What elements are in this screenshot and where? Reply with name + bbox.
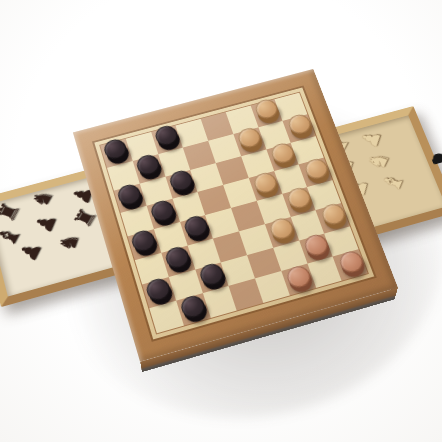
right-drawer-chess-piece-icon-5: ♞ xyxy=(364,148,394,173)
dark-checker-r2c2 xyxy=(168,172,195,196)
dark-checker-r0c0 xyxy=(103,141,129,165)
dark-checker-r0c2 xyxy=(154,128,181,152)
dark-checker-r6c2 xyxy=(198,265,226,291)
right-drawer-chess-piece-icon-8: ♝ xyxy=(379,170,408,195)
left-drawer-chess-piece-icon-1: ♞ xyxy=(28,186,57,211)
product-photo-stage: ♜♞♟♝♟♜♟♞ ♟♝♟♜♟♞♟♟♝ xyxy=(0,0,442,442)
left-drawer-chess-piece-icon-0: ♜ xyxy=(0,199,24,225)
left-drawer-chess-piece-icon-7: ♞ xyxy=(55,231,83,255)
dark-checker-r1c1 xyxy=(135,157,162,181)
left-drawer-chess-piece-icon-4: ♟ xyxy=(31,211,61,236)
dark-checker-r6c0 xyxy=(145,279,173,305)
dark-checker-r7c1 xyxy=(179,296,207,322)
square-r1c4 xyxy=(208,134,241,163)
dark-checker-r2c0 xyxy=(117,186,144,211)
left-drawer-chess-piece-icon-6: ♟ xyxy=(15,239,46,265)
right-drawer-knob-icon xyxy=(432,152,442,164)
